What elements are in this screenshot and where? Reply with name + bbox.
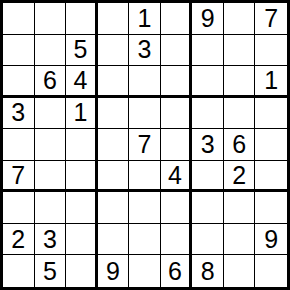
cell-r3c5[interactable] [129, 66, 161, 98]
cell-r8c1[interactable]: 2 [3, 224, 35, 256]
cell-r4c7[interactable] [192, 98, 224, 130]
cell-r6c2[interactable] [35, 161, 67, 193]
cell-r5c3[interactable] [66, 129, 98, 161]
cell-r9c3[interactable] [66, 255, 98, 287]
cell-r9c9[interactable] [255, 255, 287, 287]
cell-r6c9[interactable] [255, 161, 287, 193]
cell-r7c5[interactable] [129, 192, 161, 224]
cell-r9c6[interactable]: 6 [161, 255, 193, 287]
cell-r5c8[interactable]: 6 [224, 129, 256, 161]
cell-r3c9[interactable]: 1 [255, 66, 287, 98]
cell-r6c7[interactable] [192, 161, 224, 193]
cell-r5c1[interactable] [3, 129, 35, 161]
cell-r3c4[interactable] [98, 66, 130, 98]
cell-r8c5[interactable] [129, 224, 161, 256]
cell-r4c4[interactable] [98, 98, 130, 130]
cell-r5c9[interactable] [255, 129, 287, 161]
cell-r3c7[interactable] [192, 66, 224, 98]
cell-r2c9[interactable] [255, 35, 287, 67]
cell-r8c9[interactable]: 9 [255, 224, 287, 256]
cell-r8c6[interactable] [161, 224, 193, 256]
cell-r9c7[interactable]: 8 [192, 255, 224, 287]
cell-r1c2[interactable] [35, 3, 67, 35]
cell-r7c6[interactable] [161, 192, 193, 224]
cell-r5c2[interactable] [35, 129, 67, 161]
cell-r3c3[interactable]: 4 [66, 66, 98, 98]
cell-r1c3[interactable] [66, 3, 98, 35]
cell-r1c6[interactable] [161, 3, 193, 35]
cell-r9c1[interactable] [3, 255, 35, 287]
cell-r4c8[interactable] [224, 98, 256, 130]
cell-r9c8[interactable] [224, 255, 256, 287]
cell-r4c6[interactable] [161, 98, 193, 130]
cell-r6c5[interactable] [129, 161, 161, 193]
cell-r2c1[interactable] [3, 35, 35, 67]
cell-r9c4[interactable]: 9 [98, 255, 130, 287]
cell-r4c1[interactable]: 3 [3, 98, 35, 130]
cell-r8c3[interactable] [66, 224, 98, 256]
cell-r9c2[interactable]: 5 [35, 255, 67, 287]
cell-r3c8[interactable] [224, 66, 256, 98]
cell-r8c8[interactable] [224, 224, 256, 256]
cell-r1c9[interactable]: 7 [255, 3, 287, 35]
cell-r2c3[interactable]: 5 [66, 35, 98, 67]
cell-r2c6[interactable] [161, 35, 193, 67]
sudoku-board: 1 9 7 5 3 6 4 1 3 1 7 3 6 7 4 2 [0, 0, 290, 290]
cell-r1c4[interactable] [98, 3, 130, 35]
cell-r5c4[interactable] [98, 129, 130, 161]
cell-r3c6[interactable] [161, 66, 193, 98]
cell-r1c8[interactable] [224, 3, 256, 35]
cell-r4c9[interactable] [255, 98, 287, 130]
cell-r7c8[interactable] [224, 192, 256, 224]
cell-r2c5[interactable]: 3 [129, 35, 161, 67]
cell-r6c3[interactable] [66, 161, 98, 193]
cell-r4c3[interactable]: 1 [66, 98, 98, 130]
cell-r9c5[interactable] [129, 255, 161, 287]
cell-r7c4[interactable] [98, 192, 130, 224]
cell-r7c7[interactable] [192, 192, 224, 224]
cell-r8c2[interactable]: 3 [35, 224, 67, 256]
cell-r8c7[interactable] [192, 224, 224, 256]
cell-r1c7[interactable]: 9 [192, 3, 224, 35]
cell-r3c2[interactable]: 6 [35, 66, 67, 98]
cell-r1c5[interactable]: 1 [129, 3, 161, 35]
cell-r2c2[interactable] [35, 35, 67, 67]
cell-r8c4[interactable] [98, 224, 130, 256]
cell-r7c1[interactable] [3, 192, 35, 224]
cell-r6c8[interactable]: 2 [224, 161, 256, 193]
cell-r6c6[interactable]: 4 [161, 161, 193, 193]
cell-r7c3[interactable] [66, 192, 98, 224]
cell-r6c4[interactable] [98, 161, 130, 193]
cell-r2c8[interactable] [224, 35, 256, 67]
cell-r6c1[interactable]: 7 [3, 161, 35, 193]
cell-r5c7[interactable]: 3 [192, 129, 224, 161]
cell-r2c7[interactable] [192, 35, 224, 67]
cell-r1c1[interactable] [3, 3, 35, 35]
cell-r7c9[interactable] [255, 192, 287, 224]
cell-r4c5[interactable] [129, 98, 161, 130]
cell-r7c2[interactable] [35, 192, 67, 224]
cell-r3c1[interactable] [3, 66, 35, 98]
cell-r2c4[interactable] [98, 35, 130, 67]
cell-r5c5[interactable]: 7 [129, 129, 161, 161]
cell-r4c2[interactable] [35, 98, 67, 130]
cell-r5c6[interactable] [161, 129, 193, 161]
